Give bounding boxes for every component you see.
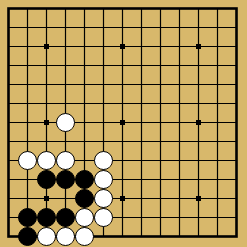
stone-glyph: ○ [38,227,55,246]
stones-layer: ○○○○○●●●○●○●●●○○●○○○ [0,0,246,246]
stone-glyph: ● [76,170,93,189]
stone-glyph: ○ [38,151,55,170]
black-stone[interactable]: ● [75,170,94,189]
stone-glyph: ○ [19,151,36,170]
white-stone[interactable]: ○ [94,151,113,170]
go-board[interactable]: ○○○○○●●●○●○●●●○○●○○○ [0,0,247,247]
black-stone[interactable]: ● [18,227,37,246]
black-stone[interactable]: ● [75,189,94,208]
black-stone[interactable]: ● [37,208,56,227]
stone-glyph: ○ [95,208,112,227]
white-stone[interactable]: ○ [94,208,113,227]
stone-glyph: ○ [76,208,93,227]
white-stone[interactable]: ○ [56,227,75,246]
stone-glyph: ○ [95,170,112,189]
white-stone[interactable]: ○ [56,151,75,170]
stone-glyph: ○ [57,113,74,132]
stone-glyph: ○ [57,227,74,246]
black-stone[interactable]: ● [56,170,75,189]
stone-glyph: ○ [95,189,112,208]
black-stone[interactable]: ● [56,208,75,227]
white-stone[interactable]: ○ [18,151,37,170]
stone-glyph: ● [38,170,55,189]
stone-glyph: ● [19,227,36,246]
white-stone[interactable]: ○ [37,227,56,246]
white-stone[interactable]: ○ [94,170,113,189]
black-stone[interactable]: ● [37,170,56,189]
stone-glyph: ● [38,208,55,227]
stone-glyph: ○ [76,227,93,246]
black-stone[interactable]: ● [18,208,37,227]
white-stone[interactable]: ○ [75,227,94,246]
white-stone[interactable]: ○ [75,208,94,227]
stone-glyph: ● [57,170,74,189]
stone-glyph: ● [57,208,74,227]
white-stone[interactable]: ○ [56,113,75,132]
stone-glyph: ○ [95,151,112,170]
white-stone[interactable]: ○ [37,151,56,170]
stone-glyph: ● [76,189,93,208]
stone-glyph: ● [19,208,36,227]
white-stone[interactable]: ○ [94,189,113,208]
stone-glyph: ○ [57,151,74,170]
